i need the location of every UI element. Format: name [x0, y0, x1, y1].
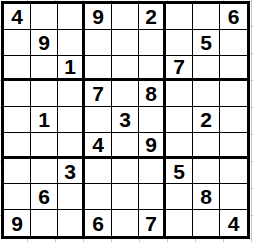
cell-r8c5[interactable]	[112, 184, 139, 210]
cell-r2c5[interactable]	[112, 30, 139, 56]
cell-r7c8[interactable]	[193, 159, 220, 185]
cell-r3c1[interactable]	[4, 56, 31, 82]
cell-r5c1[interactable]	[4, 107, 31, 133]
cell-r1c7[interactable]	[166, 4, 193, 30]
cell-r9c2[interactable]	[31, 210, 58, 236]
cell-r8c4[interactable]	[85, 184, 112, 210]
cell-r5c8[interactable]: 2	[193, 107, 220, 133]
cell-r1c4[interactable]: 9	[85, 4, 112, 30]
cell-r6c6[interactable]: 9	[139, 133, 166, 159]
cell-r7c4[interactable]	[85, 159, 112, 185]
cell-r9c3[interactable]	[58, 210, 85, 236]
cell-r5c4[interactable]	[85, 107, 112, 133]
cell-r6c9[interactable]	[220, 133, 247, 159]
cell-r5c2[interactable]: 1	[31, 107, 58, 133]
cell-r4c5[interactable]	[112, 81, 139, 107]
cell-r3c8[interactable]	[193, 56, 220, 82]
cell-r3c3[interactable]: 1	[58, 56, 85, 82]
cell-r1c2[interactable]	[31, 4, 58, 30]
cell-r9c9[interactable]: 4	[220, 210, 247, 236]
cell-r5c5[interactable]: 3	[112, 107, 139, 133]
cell-r1c3[interactable]	[58, 4, 85, 30]
cell-r1c9[interactable]: 6	[220, 4, 247, 30]
cell-r4c1[interactable]	[4, 81, 31, 107]
cell-r8c8[interactable]: 8	[193, 184, 220, 210]
cell-r9c4[interactable]: 6	[85, 210, 112, 236]
cell-r3c5[interactable]	[112, 56, 139, 82]
cell-r4c8[interactable]	[193, 81, 220, 107]
cell-r6c7[interactable]	[166, 133, 193, 159]
cell-r4c6[interactable]: 8	[139, 81, 166, 107]
cell-r7c7[interactable]: 5	[166, 159, 193, 185]
cell-r1c5[interactable]	[112, 4, 139, 30]
cell-r4c9[interactable]	[220, 81, 247, 107]
cell-r8c3[interactable]	[58, 184, 85, 210]
cell-r5c7[interactable]	[166, 107, 193, 133]
cell-r2c8[interactable]: 5	[193, 30, 220, 56]
cell-r8c7[interactable]	[166, 184, 193, 210]
cell-r7c3[interactable]: 3	[58, 159, 85, 185]
spreadsheet-background: 49269517781324935689674	[0, 0, 253, 242]
cell-r9c1[interactable]: 9	[4, 210, 31, 236]
cell-r2c1[interactable]	[4, 30, 31, 56]
cell-r4c4[interactable]: 7	[85, 81, 112, 107]
cell-r4c2[interactable]	[31, 81, 58, 107]
cell-r7c1[interactable]	[4, 159, 31, 185]
cell-r6c2[interactable]	[31, 133, 58, 159]
cell-r2c3[interactable]	[58, 30, 85, 56]
cell-r8c6[interactable]	[139, 184, 166, 210]
cell-r2c6[interactable]	[139, 30, 166, 56]
cell-r6c5[interactable]	[112, 133, 139, 159]
cell-r9c5[interactable]	[112, 210, 139, 236]
cell-r5c9[interactable]	[220, 107, 247, 133]
cell-r7c9[interactable]	[220, 159, 247, 185]
cell-r7c6[interactable]	[139, 159, 166, 185]
cell-r4c7[interactable]	[166, 81, 193, 107]
cell-r1c6[interactable]: 2	[139, 4, 166, 30]
cell-r2c9[interactable]	[220, 30, 247, 56]
cell-r2c4[interactable]	[85, 30, 112, 56]
cell-r6c1[interactable]	[4, 133, 31, 159]
cell-r8c9[interactable]	[220, 184, 247, 210]
cell-r3c9[interactable]	[220, 56, 247, 82]
cell-r9c7[interactable]	[166, 210, 193, 236]
cell-r3c7[interactable]: 7	[166, 56, 193, 82]
cell-r4c3[interactable]	[58, 81, 85, 107]
cell-r3c4[interactable]	[85, 56, 112, 82]
cell-r6c8[interactable]	[193, 133, 220, 159]
cell-r3c2[interactable]	[31, 56, 58, 82]
cell-r2c2[interactable]: 9	[31, 30, 58, 56]
cell-r5c3[interactable]	[58, 107, 85, 133]
cell-r6c3[interactable]	[58, 133, 85, 159]
cell-r2c7[interactable]	[166, 30, 193, 56]
cell-r7c5[interactable]	[112, 159, 139, 185]
cell-r7c2[interactable]	[31, 159, 58, 185]
cell-r9c6[interactable]: 7	[139, 210, 166, 236]
cell-r1c1[interactable]: 4	[4, 4, 31, 30]
cell-r3c6[interactable]	[139, 56, 166, 82]
cell-r6c4[interactable]: 4	[85, 133, 112, 159]
cell-r5c6[interactable]	[139, 107, 166, 133]
cell-r8c2[interactable]: 6	[31, 184, 58, 210]
cell-r1c8[interactable]	[193, 4, 220, 30]
cell-r9c8[interactable]	[193, 210, 220, 236]
sudoku-board: 49269517781324935689674	[1, 1, 250, 239]
cell-r8c1[interactable]	[4, 184, 31, 210]
